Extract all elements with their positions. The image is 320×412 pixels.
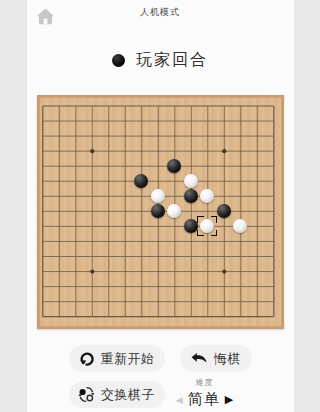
stone-white — [184, 174, 198, 188]
turn-status-text: 玩家回合 — [136, 50, 208, 71]
difficulty-label: 难度 — [196, 377, 214, 388]
gomoku-board[interactable] — [37, 95, 284, 329]
app-window: 人机模式 玩家回合 重新开始 悔棋 — [27, 0, 294, 412]
restart-button[interactable]: 重新开始 — [69, 345, 165, 372]
turn-stone-dot — [112, 54, 125, 67]
restart-icon — [79, 351, 95, 367]
stone-white — [151, 189, 165, 203]
star-point — [222, 269, 226, 273]
undo-label: 悔棋 — [214, 350, 241, 368]
difficulty-value: 简单 — [188, 390, 220, 409]
swap-pieces-icon — [78, 386, 95, 403]
page-title: 人机模式 — [27, 6, 294, 19]
star-point — [90, 149, 94, 153]
undo-button[interactable]: 悔棋 — [180, 345, 252, 372]
swap-pieces-button[interactable]: 交换棋子 — [69, 381, 165, 408]
restart-label: 重新开始 — [101, 350, 155, 368]
difficulty-next-button[interactable]: ▶ — [225, 393, 233, 406]
turn-status: 玩家回合 — [27, 50, 294, 71]
star-point — [90, 269, 94, 273]
undo-icon — [190, 352, 208, 365]
difficulty-prev-button[interactable]: ◀ — [176, 395, 183, 405]
star-point — [222, 149, 226, 153]
stone-black — [184, 189, 198, 203]
swap-pieces-label: 交换棋子 — [101, 386, 155, 404]
difficulty-control: 难度 ◀ 简单 ▶ — [173, 377, 237, 409]
